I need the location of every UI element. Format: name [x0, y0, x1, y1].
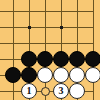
black-stone[interactable]: [69, 51, 85, 67]
black-stone[interactable]: [85, 51, 100, 67]
black-stone[interactable]: [53, 51, 69, 67]
black-stone[interactable]: [5, 67, 21, 83]
white-stone[interactable]: [53, 67, 69, 83]
white-stone[interactable]: [69, 67, 85, 83]
black-stone[interactable]: [21, 51, 37, 67]
board-grid-vline: [13, 0, 14, 100]
white-stone[interactable]: [69, 83, 85, 99]
move-number-label: 3: [59, 86, 64, 96]
circle-marker[interactable]: [41, 87, 50, 96]
board-grid-hline: [0, 11, 94, 12]
board-grid-vline: [93, 0, 94, 100]
white-stone[interactable]: [37, 67, 53, 83]
black-stone[interactable]: [37, 51, 53, 67]
star-point: [60, 26, 63, 29]
board-grid-hline: [0, 27, 94, 28]
white-stone-move-1[interactable]: 1: [21, 83, 37, 99]
black-stone[interactable]: [21, 67, 37, 83]
go-board[interactable]: 13: [0, 0, 100, 100]
star-point: [28, 26, 31, 29]
white-stone[interactable]: [85, 67, 100, 83]
board-grid-vline: [45, 0, 46, 100]
white-stone-move-3[interactable]: 3: [53, 83, 69, 99]
board-grid-hline: [0, 43, 94, 44]
move-number-label: 1: [27, 86, 32, 96]
